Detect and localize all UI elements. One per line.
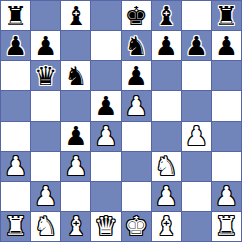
piece-white-bishop: ♝ — [64, 213, 87, 239]
square-g3[interactable] — [182, 152, 211, 181]
piece-black-rook: ♜ — [4, 3, 27, 29]
piece-white-queen: ♛ — [94, 213, 117, 239]
piece-black-pawn: ♟ — [4, 33, 27, 59]
square-h1[interactable]: ♜ — [212, 212, 241, 241]
piece-white-pawn: ♟ — [94, 123, 117, 149]
square-g5[interactable] — [182, 91, 211, 120]
piece-white-pawn: ♟ — [124, 93, 147, 119]
piece-black-pawn: ♟ — [155, 33, 178, 59]
square-e1[interactable]: ♚ — [122, 212, 151, 241]
piece-black-king: ♚ — [124, 3, 147, 29]
square-f7[interactable]: ♟ — [152, 31, 181, 60]
piece-black-pawn: ♟ — [185, 33, 208, 59]
square-b8[interactable] — [31, 1, 60, 30]
piece-white-knight: ♞ — [34, 213, 57, 239]
piece-white-rook: ♜ — [215, 213, 238, 239]
square-b6[interactable]: ♛ — [31, 61, 60, 90]
square-h8[interactable]: ♜ — [212, 1, 241, 30]
square-g8[interactable] — [182, 1, 211, 30]
piece-white-pawn: ♟ — [4, 153, 27, 179]
square-d7[interactable] — [91, 31, 120, 60]
square-g2[interactable] — [182, 182, 211, 211]
square-f8[interactable]: ♝ — [152, 1, 181, 30]
piece-black-bishop: ♝ — [155, 3, 178, 29]
chess-board: ♜♝♚♝♜♟♟♞♟♟♟♛♞♟♟♟♟♟♟♟♟♞♟♟♟♜♞♝♛♚♝♜ — [0, 0, 242, 242]
square-c6[interactable]: ♞ — [61, 61, 90, 90]
square-b1[interactable]: ♞ — [31, 212, 60, 241]
square-c3[interactable]: ♟ — [61, 152, 90, 181]
piece-black-knight: ♞ — [64, 63, 87, 89]
square-a6[interactable] — [1, 61, 30, 90]
square-f2[interactable]: ♟ — [152, 182, 181, 211]
square-f5[interactable] — [152, 91, 181, 120]
square-g6[interactable] — [182, 61, 211, 90]
piece-white-pawn: ♟ — [155, 183, 178, 209]
square-e5[interactable]: ♟ — [122, 91, 151, 120]
square-c4[interactable]: ♟ — [61, 122, 90, 151]
square-h5[interactable] — [212, 91, 241, 120]
square-c5[interactable] — [61, 91, 90, 120]
square-a2[interactable] — [1, 182, 30, 211]
piece-black-knight: ♞ — [124, 33, 147, 59]
square-h3[interactable] — [212, 152, 241, 181]
square-d1[interactable]: ♛ — [91, 212, 120, 241]
square-h2[interactable]: ♟ — [212, 182, 241, 211]
square-a5[interactable] — [1, 91, 30, 120]
square-e6[interactable]: ♟ — [122, 61, 151, 90]
square-d4[interactable]: ♟ — [91, 122, 120, 151]
square-c8[interactable]: ♝ — [61, 1, 90, 30]
piece-white-pawn: ♟ — [64, 153, 87, 179]
piece-white-king: ♚ — [124, 213, 147, 239]
piece-black-pawn: ♟ — [64, 123, 87, 149]
square-a4[interactable] — [1, 122, 30, 151]
square-b3[interactable] — [31, 152, 60, 181]
square-f1[interactable]: ♝ — [152, 212, 181, 241]
square-f4[interactable] — [152, 122, 181, 151]
piece-white-knight: ♞ — [155, 153, 178, 179]
square-g7[interactable]: ♟ — [182, 31, 211, 60]
piece-black-queen: ♛ — [34, 63, 57, 89]
square-a1[interactable]: ♜ — [1, 212, 30, 241]
square-g4[interactable]: ♟ — [182, 122, 211, 151]
piece-white-pawn: ♟ — [215, 183, 238, 209]
square-h6[interactable] — [212, 61, 241, 90]
square-g1[interactable] — [182, 212, 211, 241]
square-h7[interactable]: ♟ — [212, 31, 241, 60]
square-b7[interactable]: ♟ — [31, 31, 60, 60]
square-b2[interactable]: ♟ — [31, 182, 60, 211]
piece-black-pawn: ♟ — [94, 93, 117, 119]
square-d2[interactable] — [91, 182, 120, 211]
square-b5[interactable] — [31, 91, 60, 120]
square-e7[interactable]: ♞ — [122, 31, 151, 60]
piece-white-bishop: ♝ — [155, 213, 178, 239]
square-a7[interactable]: ♟ — [1, 31, 30, 60]
square-a8[interactable]: ♜ — [1, 1, 30, 30]
square-d8[interactable] — [91, 1, 120, 30]
square-f6[interactable] — [152, 61, 181, 90]
piece-white-pawn: ♟ — [34, 183, 57, 209]
square-h4[interactable] — [212, 122, 241, 151]
square-a3[interactable]: ♟ — [1, 152, 30, 181]
piece-white-rook: ♜ — [4, 213, 27, 239]
square-e8[interactable]: ♚ — [122, 1, 151, 30]
square-c7[interactable] — [61, 31, 90, 60]
piece-black-pawn: ♟ — [124, 63, 147, 89]
piece-black-rook: ♜ — [215, 3, 238, 29]
square-b4[interactable] — [31, 122, 60, 151]
square-e3[interactable] — [122, 152, 151, 181]
square-d3[interactable] — [91, 152, 120, 181]
piece-white-pawn: ♟ — [185, 123, 208, 149]
piece-black-bishop: ♝ — [64, 3, 87, 29]
square-f3[interactable]: ♞ — [152, 152, 181, 181]
square-c1[interactable]: ♝ — [61, 212, 90, 241]
square-c2[interactable] — [61, 182, 90, 211]
piece-black-pawn: ♟ — [215, 33, 238, 59]
square-d6[interactable] — [91, 61, 120, 90]
piece-black-pawn: ♟ — [34, 33, 57, 59]
square-e4[interactable] — [122, 122, 151, 151]
square-e2[interactable] — [122, 182, 151, 211]
square-d5[interactable]: ♟ — [91, 91, 120, 120]
